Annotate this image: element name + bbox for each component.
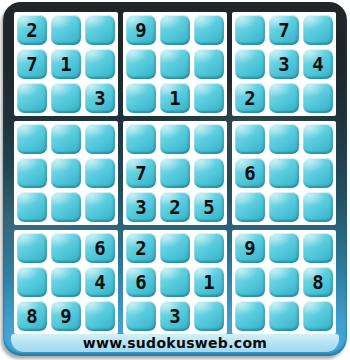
cell-r9c7[interactable] [235,301,265,331]
cell-r3c9[interactable] [303,83,333,113]
cell-r4c6[interactable] [194,124,224,154]
cell-r4c1[interactable] [17,124,47,154]
cell-r5c8[interactable] [269,158,299,188]
cell-r8c1[interactable] [17,267,47,297]
cell-r2c1[interactable]: 7 [17,49,47,79]
cell-r4c5[interactable] [160,124,190,154]
cell-r1c3[interactable] [85,15,115,45]
cell-r8c9[interactable]: 8 [303,267,333,297]
cell-r3c7[interactable]: 2 [235,83,265,113]
cell-r1c8[interactable]: 7 [269,15,299,45]
cell-r8c4[interactable]: 6 [126,267,156,297]
cell-r3c2[interactable] [51,83,81,113]
site-link[interactable]: www.sudokusweb.com [11,334,339,352]
cell-r9c5[interactable]: 3 [160,301,190,331]
cell-r6c9[interactable] [303,192,333,222]
sudoku-widget: 2713917342732566489261398 www.sudokusweb… [3,2,347,356]
cell-r8c2[interactable] [51,267,81,297]
cell-r2c8[interactable]: 3 [269,49,299,79]
cell-r2c5[interactable] [160,49,190,79]
cell-r7c8[interactable] [269,233,299,263]
cell-r1c6[interactable] [194,15,224,45]
cell-r9c9[interactable] [303,301,333,331]
box-5: 7325 [123,121,227,225]
cell-r4c3[interactable] [85,124,115,154]
cell-r5c4[interactable]: 7 [126,158,156,188]
cell-r4c9[interactable] [303,124,333,154]
cell-r6c6[interactable]: 5 [194,192,224,222]
cell-r9c8[interactable] [269,301,299,331]
cell-r7c3[interactable]: 6 [85,233,115,263]
cell-r5c3[interactable] [85,158,115,188]
box-8: 2613 [123,230,227,334]
cell-r2c3[interactable] [85,49,115,79]
cell-r4c8[interactable] [269,124,299,154]
box-7: 6489 [14,230,118,334]
cell-r1c4[interactable]: 9 [126,15,156,45]
cell-r6c7[interactable] [235,192,265,222]
cell-r7c7[interactable]: 9 [235,233,265,263]
cell-r8c7[interactable] [235,267,265,297]
cell-r4c7[interactable] [235,124,265,154]
cell-r3c3[interactable]: 3 [85,83,115,113]
cell-r5c5[interactable] [160,158,190,188]
cell-r8c8[interactable] [269,267,299,297]
cell-r4c2[interactable] [51,124,81,154]
cell-r6c4[interactable]: 3 [126,192,156,222]
cell-r4c4[interactable] [126,124,156,154]
cell-r3c6[interactable] [194,83,224,113]
cell-r5c7[interactable]: 6 [235,158,265,188]
cell-r2c4[interactable] [126,49,156,79]
cell-r9c4[interactable] [126,301,156,331]
cell-r2c7[interactable] [235,49,265,79]
cell-r9c2[interactable]: 9 [51,301,81,331]
box-6: 6 [232,121,336,225]
cell-r9c1[interactable]: 8 [17,301,47,331]
cell-r9c3[interactable] [85,301,115,331]
cell-r1c2[interactable] [51,15,81,45]
cell-r1c7[interactable] [235,15,265,45]
cell-r7c1[interactable] [17,233,47,263]
box-3: 7342 [232,12,336,116]
cell-r8c3[interactable]: 4 [85,267,115,297]
cell-r7c5[interactable] [160,233,190,263]
cell-r3c4[interactable] [126,83,156,113]
cell-r1c1[interactable]: 2 [17,15,47,45]
cell-r8c6[interactable]: 1 [194,267,224,297]
cell-r7c9[interactable] [303,233,333,263]
box-9: 98 [232,230,336,334]
cell-r1c9[interactable] [303,15,333,45]
box-4 [14,121,118,225]
cell-r6c1[interactable] [17,192,47,222]
cell-r2c6[interactable] [194,49,224,79]
cell-r8c5[interactable] [160,267,190,297]
cell-r6c8[interactable] [269,192,299,222]
box-2: 91 [123,12,227,116]
cell-r5c9[interactable] [303,158,333,188]
cell-r3c1[interactable] [17,83,47,113]
cell-r6c2[interactable] [51,192,81,222]
cell-r1c5[interactable] [160,15,190,45]
cell-r6c3[interactable] [85,192,115,222]
cell-r3c8[interactable] [269,83,299,113]
cell-r7c6[interactable] [194,233,224,263]
cell-r5c1[interactable] [17,158,47,188]
cell-r7c4[interactable]: 2 [126,233,156,263]
cell-r6c5[interactable]: 2 [160,192,190,222]
cell-r7c2[interactable] [51,233,81,263]
cell-r3c5[interactable]: 1 [160,83,190,113]
box-1: 2713 [14,12,118,116]
cell-r5c6[interactable] [194,158,224,188]
cell-r9c6[interactable] [194,301,224,331]
sudoku-board: 2713917342732566489261398 [14,12,336,334]
cell-r2c2[interactable]: 1 [51,49,81,79]
cell-r5c2[interactable] [51,158,81,188]
cell-r2c9[interactable]: 4 [303,49,333,79]
